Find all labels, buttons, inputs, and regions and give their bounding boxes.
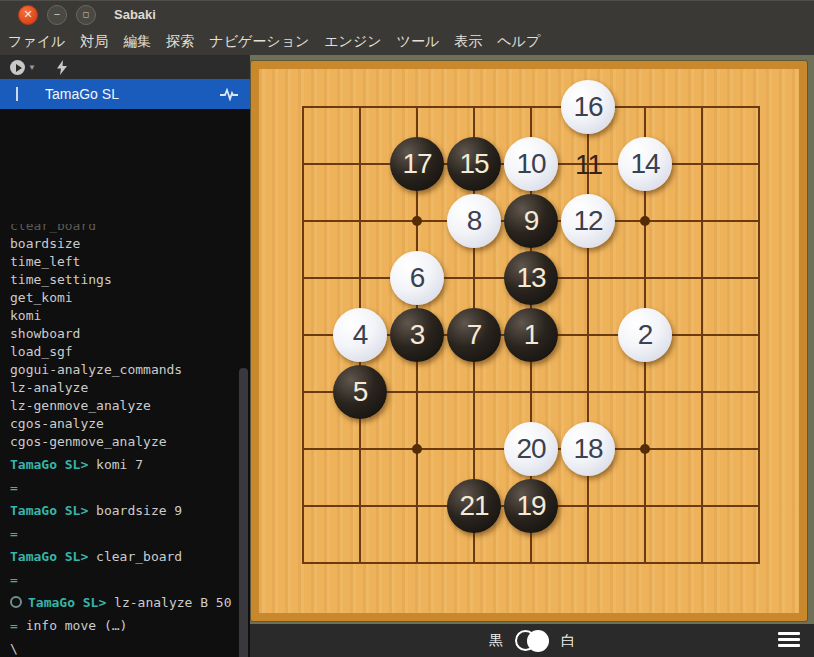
board-point-7-4[interactable] xyxy=(617,250,674,307)
board-point-5-3[interactable]: 9 xyxy=(503,193,560,250)
close-button[interactable]: ✕ xyxy=(18,5,38,25)
board-point-8-2[interactable] xyxy=(674,136,731,193)
board-point-7-9[interactable] xyxy=(617,535,674,592)
black-stone-move-15: 15 xyxy=(447,137,501,191)
board-point-9-2[interactable] xyxy=(731,136,788,193)
board-point-2-7[interactable] xyxy=(332,421,389,478)
gtp-command: get_komi xyxy=(10,289,250,307)
board-point-5-6[interactable] xyxy=(503,364,560,421)
board-point-6-3[interactable]: 12 xyxy=(560,193,617,250)
board-point-5-9[interactable] xyxy=(503,535,560,592)
black-stone-move-21: 21 xyxy=(447,479,501,533)
window-controls: ✕−◻ xyxy=(18,5,96,25)
menu-item-5[interactable]: エンジン xyxy=(324,33,381,51)
board-point-3-1[interactable] xyxy=(389,79,446,136)
turn-toggle[interactable] xyxy=(515,630,549,652)
board-point-9-8[interactable] xyxy=(731,478,788,535)
white-player-label: 白 xyxy=(561,632,575,650)
console-response-line: = xyxy=(10,479,250,497)
board-point-5-7[interactable]: 20 xyxy=(503,421,560,478)
move-number: 15 xyxy=(459,148,488,180)
goban: 161715101114891261343712520182119 xyxy=(251,61,807,621)
menu-item-1[interactable]: 対局 xyxy=(80,33,108,51)
console-prompt-line: TamaGo SL> boardsize 9 xyxy=(10,502,250,520)
gtp-command: showboard xyxy=(10,325,250,343)
board-point-5-1[interactable] xyxy=(503,79,560,136)
board-point-6-6[interactable] xyxy=(560,364,617,421)
board-point-3-8[interactable] xyxy=(389,478,446,535)
white-stone-move-4: 4 xyxy=(333,308,387,362)
play-circle-icon xyxy=(10,60,25,75)
board-point-3-5[interactable]: 3 xyxy=(389,307,446,364)
board-point-7-1[interactable] xyxy=(617,79,674,136)
board-point-5-5[interactable]: 1 xyxy=(503,307,560,364)
menu-hamburger-button[interactable] xyxy=(778,632,800,647)
board-point-7-5[interactable]: 2 xyxy=(617,307,674,364)
board-point-2-4[interactable] xyxy=(332,250,389,307)
board-point-5-4[interactable]: 13 xyxy=(503,250,560,307)
board-point-3-9[interactable] xyxy=(389,535,446,592)
busy-circle-icon xyxy=(10,596,22,608)
white-stone-toggle-icon xyxy=(527,630,549,652)
move-number: 6 xyxy=(410,262,425,294)
menu-item-6[interactable]: ツール xyxy=(397,33,440,51)
console-prompt-line: TamaGo SL> komi 7 xyxy=(10,456,250,474)
move-number: 12 xyxy=(573,205,602,237)
gtp-command: time_left xyxy=(10,253,250,271)
board-point-2-5[interactable]: 4 xyxy=(332,307,389,364)
board-point-3-7[interactable] xyxy=(389,421,446,478)
gtp-command: komi xyxy=(10,307,250,325)
board-point-9-5[interactable] xyxy=(731,307,788,364)
board-point-3-2[interactable]: 17 xyxy=(389,136,446,193)
move-number: 1 xyxy=(524,319,539,351)
black-stone-move-19: 19 xyxy=(504,479,558,533)
chevron-down-icon: ▼ xyxy=(28,63,36,72)
minimize-button[interactable]: − xyxy=(47,5,67,25)
white-stone-move-20: 20 xyxy=(504,422,558,476)
move-number: 13 xyxy=(516,262,545,294)
board-point-8-3[interactable] xyxy=(674,193,731,250)
window-title: Sabaki xyxy=(114,7,156,22)
engine-name: TamaGo SL xyxy=(45,86,119,102)
board-point-3-4[interactable]: 6 xyxy=(389,250,446,307)
board-point-4-8[interactable]: 21 xyxy=(446,478,503,535)
board-point-6-1[interactable]: 16 xyxy=(560,79,617,136)
board-point-5-8[interactable]: 19 xyxy=(503,478,560,535)
gtp-command: boardsize xyxy=(10,235,250,253)
gtp-command: gogui-analyze_commands xyxy=(10,361,250,379)
board-point-3-3[interactable] xyxy=(389,193,446,250)
gtp-command-list: boardsizetime_lefttime_settingsget_komik… xyxy=(10,235,250,451)
board-point-6-4[interactable] xyxy=(560,250,617,307)
board-point-9-3[interactable] xyxy=(731,193,788,250)
board-point-7-8[interactable] xyxy=(617,478,674,535)
hoshi-point xyxy=(640,216,650,226)
quick-action-button[interactable] xyxy=(56,60,68,75)
board-point-1-6[interactable] xyxy=(275,364,332,421)
black-stone-move-5: 5 xyxy=(333,365,387,419)
move-number: 10 xyxy=(516,148,545,180)
board-point-7-2[interactable]: 14 xyxy=(617,136,674,193)
menu-item-0[interactable]: ファイル xyxy=(8,33,65,51)
gtp-command: cgos-analyze xyxy=(10,415,250,433)
board-point-4-1[interactable] xyxy=(446,79,503,136)
board-point-2-9[interactable] xyxy=(332,535,389,592)
board-point-4-9[interactable] xyxy=(446,535,503,592)
board-point-4-2[interactable]: 15 xyxy=(446,136,503,193)
board-point-7-7[interactable] xyxy=(617,421,674,478)
move-number: 16 xyxy=(573,91,602,123)
console-scrollbar[interactable] xyxy=(239,368,248,657)
analysis-pulse-icon[interactable] xyxy=(220,87,238,101)
gtp-command: lz-analyze xyxy=(10,379,250,397)
board-point-4-3[interactable]: 8 xyxy=(446,193,503,250)
board-point-9-4[interactable] xyxy=(731,250,788,307)
move-number: 7 xyxy=(467,319,482,351)
move-number: 4 xyxy=(353,319,368,351)
console-response-line: = xyxy=(10,525,250,543)
board-point-1-2[interactable] xyxy=(275,136,332,193)
board-point-1-3[interactable] xyxy=(275,193,332,250)
gtp-console-output[interactable]: clear_board boardsizetime_lefttime_setti… xyxy=(0,164,250,657)
hamburger-icon xyxy=(778,632,800,635)
board-point-1-7[interactable] xyxy=(275,421,332,478)
black-stone-move-9: 9 xyxy=(504,194,558,248)
menu-item-7[interactable]: 表示 xyxy=(454,33,482,51)
board-point-2-2[interactable] xyxy=(332,136,389,193)
console-prompt-line: TamaGo SL> lz-analyze B 50 xyxy=(10,594,250,612)
lightning-icon xyxy=(56,60,68,75)
hoshi-point xyxy=(640,444,650,454)
black-player-label: 黒 xyxy=(489,632,503,650)
console-response-line: \ xyxy=(10,640,250,657)
menu-item-4[interactable]: ナビゲーション xyxy=(209,33,309,51)
board-point-4-4[interactable] xyxy=(446,250,503,307)
goban-wood: 161715101114891261343712520182119 xyxy=(259,69,799,613)
board-point-1-5[interactable] xyxy=(275,307,332,364)
board-point-9-1[interactable] xyxy=(731,79,788,136)
board-point-2-3[interactable] xyxy=(332,193,389,250)
console-log: TamaGo SL> komi 7=TamaGo SL> boardsize 9… xyxy=(10,456,250,657)
white-stone-move-2: 2 xyxy=(618,308,672,362)
board-point-3-6[interactable] xyxy=(389,364,446,421)
gtp-command: cgos-genmove_analyze xyxy=(10,433,250,451)
board-point-8-5[interactable] xyxy=(674,307,731,364)
board-point-6-2[interactable]: 11 xyxy=(560,136,617,193)
board-point-8-8[interactable] xyxy=(674,478,731,535)
board-point-6-7[interactable]: 18 xyxy=(560,421,617,478)
gtp-command: lz-genmove_analyze xyxy=(10,397,250,415)
black-stone-move-1: 1 xyxy=(504,308,558,362)
white-stone-move-6: 6 xyxy=(390,251,444,305)
engine-toolbar: ▼ xyxy=(0,55,250,79)
go-board-grid: 161715101114891261343712520182119 xyxy=(275,79,788,592)
menu-bar: ファイル対局編集探索ナビゲーションエンジンツール表示ヘルプ xyxy=(0,28,814,55)
white-stone-move-16: 16 xyxy=(561,80,615,134)
white-stone-move-18: 18 xyxy=(561,422,615,476)
board-point-9-6[interactable] xyxy=(731,364,788,421)
maximize-button[interactable]: ◻ xyxy=(76,5,96,25)
hoshi-point xyxy=(412,216,422,226)
white-stone-move-14: 14 xyxy=(618,137,672,191)
move-number: 17 xyxy=(402,148,431,180)
board-point-2-8[interactable] xyxy=(332,478,389,535)
console-clipped-line: clear_board xyxy=(10,224,250,235)
board-point-8-9[interactable] xyxy=(674,535,731,592)
engine-list-item-tamago[interactable]: TamaGo SL xyxy=(0,79,250,109)
board-point-1-9[interactable] xyxy=(275,535,332,592)
menu-item-2[interactable]: 編集 xyxy=(123,33,151,51)
engine-status-bar-icon xyxy=(16,87,18,101)
menu-item-8[interactable]: ヘルプ xyxy=(497,33,540,51)
move-number: 3 xyxy=(410,319,425,351)
black-stone-move-7: 7 xyxy=(447,308,501,362)
board-point-2-1[interactable] xyxy=(332,79,389,136)
board-point-1-8[interactable] xyxy=(275,478,332,535)
board-point-8-7[interactable] xyxy=(674,421,731,478)
black-stone-move-17: 17 xyxy=(390,137,444,191)
white-stone-move-10: 10 xyxy=(504,137,558,191)
black-stone-move-3: 3 xyxy=(390,308,444,362)
board-point-6-5[interactable] xyxy=(560,307,617,364)
board-point-4-6[interactable] xyxy=(446,364,503,421)
black-stone-move-13: 13 xyxy=(504,251,558,305)
move-number: 19 xyxy=(516,490,545,522)
board-point-6-8[interactable] xyxy=(560,478,617,535)
move-number: 2 xyxy=(638,319,653,351)
hoshi-point xyxy=(412,444,422,454)
move-number: 20 xyxy=(516,433,545,465)
board-point-1-4[interactable] xyxy=(275,250,332,307)
console-prompt-line: TamaGo SL> clear_board xyxy=(10,548,250,566)
board-point-1-1[interactable] xyxy=(275,79,332,136)
board-point-8-1[interactable] xyxy=(674,79,731,136)
console-response-line: = xyxy=(10,571,250,589)
board-point-9-7[interactable] xyxy=(731,421,788,478)
move-number: 8 xyxy=(467,205,482,237)
board-point-5-2[interactable]: 10 xyxy=(503,136,560,193)
gtp-command: load_sgf xyxy=(10,343,250,361)
board-point-2-6[interactable]: 5 xyxy=(332,364,389,421)
board-point-6-9[interactable] xyxy=(560,535,617,592)
move-number: 18 xyxy=(573,433,602,465)
title-bar: ✕−◻ Sabaki xyxy=(0,0,814,28)
board-point-7-3[interactable] xyxy=(617,193,674,250)
move-number: 5 xyxy=(353,376,368,408)
board-point-4-7[interactable] xyxy=(446,421,503,478)
board-area: 161715101114891261343712520182119 黒 白 xyxy=(250,55,814,657)
board-point-7-6[interactable] xyxy=(617,364,674,421)
board-point-8-6[interactable] xyxy=(674,364,731,421)
board-point-4-5[interactable]: 7 xyxy=(446,307,503,364)
board-bottom-bar: 黒 白 xyxy=(250,624,814,657)
board-point-8-4[interactable] xyxy=(674,250,731,307)
white-stone-move-12: 12 xyxy=(561,194,615,248)
move-number: 21 xyxy=(459,490,488,522)
gtp-command: time_settings xyxy=(10,271,250,289)
white-stone-move-8: 8 xyxy=(447,194,501,248)
captured-move-label-11: 11 xyxy=(560,136,617,193)
menu-item-3[interactable]: 探索 xyxy=(166,33,194,51)
move-number: 14 xyxy=(630,148,659,180)
move-number: 9 xyxy=(524,205,539,237)
gtp-console-sidebar: ▼ TamaGo SL clear_board boardsizetime_le… xyxy=(0,55,250,657)
board-point-9-9[interactable] xyxy=(731,535,788,592)
attach-engine-button[interactable]: ▼ xyxy=(10,60,36,75)
console-response-line: = info move (…) xyxy=(10,617,250,635)
